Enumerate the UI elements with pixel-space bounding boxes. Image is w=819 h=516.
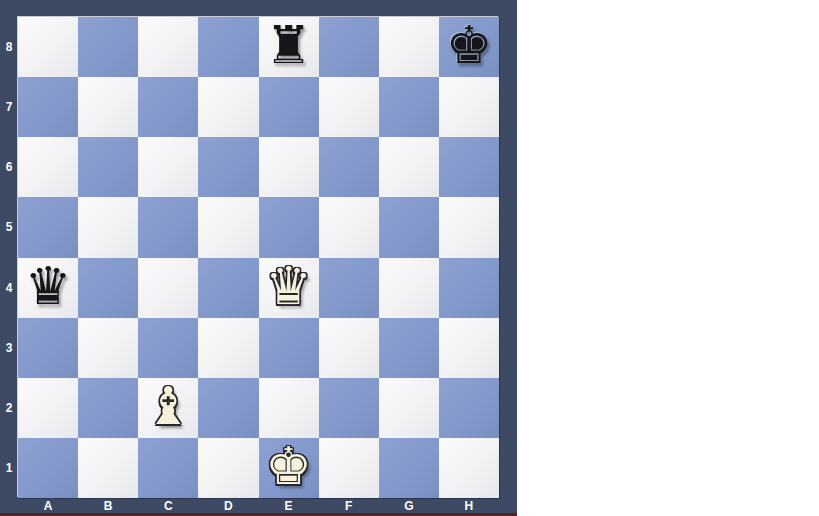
black-queen[interactable]: ♛ xyxy=(25,260,72,312)
square-g8[interactable] xyxy=(379,17,439,77)
chessboard-frame: 87654321 ♜♚♛♛♝♚ ABCDEFGH xyxy=(0,0,517,516)
square-f2[interactable] xyxy=(319,378,379,438)
file-labels: ABCDEFGH xyxy=(18,498,499,513)
square-b3[interactable] xyxy=(78,318,138,378)
file-label-b: B xyxy=(78,498,138,513)
square-g2[interactable] xyxy=(379,378,439,438)
square-d8[interactable] xyxy=(198,17,258,77)
square-f6[interactable] xyxy=(319,137,379,197)
square-a7[interactable] xyxy=(18,77,78,137)
square-h5[interactable] xyxy=(439,197,499,257)
file-label-e: E xyxy=(259,498,319,513)
file-label-h: H xyxy=(439,498,499,513)
square-e7[interactable] xyxy=(259,77,319,137)
square-b6[interactable] xyxy=(78,137,138,197)
rank-label-2: 2 xyxy=(0,378,18,438)
square-f4[interactable] xyxy=(319,258,379,318)
black-rook[interactable]: ♜ xyxy=(265,19,312,71)
square-c7[interactable] xyxy=(138,77,198,137)
square-d6[interactable] xyxy=(198,137,258,197)
square-d3[interactable] xyxy=(198,318,258,378)
rank-label-3: 3 xyxy=(0,318,18,378)
square-b2[interactable] xyxy=(78,378,138,438)
white-king[interactable]: ♚ xyxy=(265,440,312,492)
board-squares: ♜♚♛♛♝♚ xyxy=(18,17,499,498)
square-a6[interactable] xyxy=(18,137,78,197)
square-f8[interactable] xyxy=(319,17,379,77)
rank-label-6: 6 xyxy=(0,137,18,197)
square-h3[interactable] xyxy=(439,318,499,378)
square-h8[interactable]: ♚ xyxy=(439,17,499,77)
square-h7[interactable] xyxy=(439,77,499,137)
square-g3[interactable] xyxy=(379,318,439,378)
square-b7[interactable] xyxy=(78,77,138,137)
rank-labels: 87654321 xyxy=(0,17,18,498)
square-c5[interactable] xyxy=(138,197,198,257)
square-h4[interactable] xyxy=(439,258,499,318)
square-a1[interactable] xyxy=(18,438,78,498)
square-c3[interactable] xyxy=(138,318,198,378)
square-e2[interactable] xyxy=(259,378,319,438)
square-f1[interactable] xyxy=(319,438,379,498)
square-c1[interactable] xyxy=(138,438,198,498)
rank-label-4: 4 xyxy=(0,258,18,318)
square-g7[interactable] xyxy=(379,77,439,137)
square-b1[interactable] xyxy=(78,438,138,498)
square-f3[interactable] xyxy=(319,318,379,378)
square-g6[interactable] xyxy=(379,137,439,197)
square-f7[interactable] xyxy=(319,77,379,137)
square-e8[interactable]: ♜ xyxy=(259,17,319,77)
square-e4[interactable]: ♛ xyxy=(259,258,319,318)
square-e5[interactable] xyxy=(259,197,319,257)
square-e3[interactable] xyxy=(259,318,319,378)
rank-label-7: 7 xyxy=(0,77,18,137)
rank-label-5: 5 xyxy=(0,197,18,257)
square-a8[interactable] xyxy=(18,17,78,77)
rank-label-1: 1 xyxy=(0,438,18,498)
square-e6[interactable] xyxy=(259,137,319,197)
file-label-a: A xyxy=(18,498,78,513)
square-a3[interactable] xyxy=(18,318,78,378)
square-e1[interactable]: ♚ xyxy=(259,438,319,498)
square-a4[interactable]: ♛ xyxy=(18,258,78,318)
square-b8[interactable] xyxy=(78,17,138,77)
file-label-c: C xyxy=(138,498,198,513)
black-king[interactable]: ♚ xyxy=(446,19,493,71)
square-g1[interactable] xyxy=(379,438,439,498)
square-g4[interactable] xyxy=(379,258,439,318)
rank-label-8: 8 xyxy=(0,17,18,77)
square-d5[interactable] xyxy=(198,197,258,257)
square-a2[interactable] xyxy=(18,378,78,438)
square-d7[interactable] xyxy=(198,77,258,137)
square-c2[interactable]: ♝ xyxy=(138,378,198,438)
file-label-g: G xyxy=(379,498,439,513)
square-d1[interactable] xyxy=(198,438,258,498)
square-h6[interactable] xyxy=(439,137,499,197)
file-label-d: D xyxy=(198,498,258,513)
white-queen[interactable]: ♛ xyxy=(265,260,312,312)
square-b5[interactable] xyxy=(78,197,138,257)
square-f5[interactable] xyxy=(319,197,379,257)
square-g5[interactable] xyxy=(379,197,439,257)
square-d4[interactable] xyxy=(198,258,258,318)
square-b4[interactable] xyxy=(78,258,138,318)
square-c8[interactable] xyxy=(138,17,198,77)
square-c4[interactable] xyxy=(138,258,198,318)
square-h2[interactable] xyxy=(439,378,499,438)
square-h1[interactable] xyxy=(439,438,499,498)
square-a5[interactable] xyxy=(18,197,78,257)
square-c6[interactable] xyxy=(138,137,198,197)
file-label-f: F xyxy=(319,498,379,513)
white-bishop[interactable]: ♝ xyxy=(145,380,192,432)
square-d2[interactable] xyxy=(198,378,258,438)
